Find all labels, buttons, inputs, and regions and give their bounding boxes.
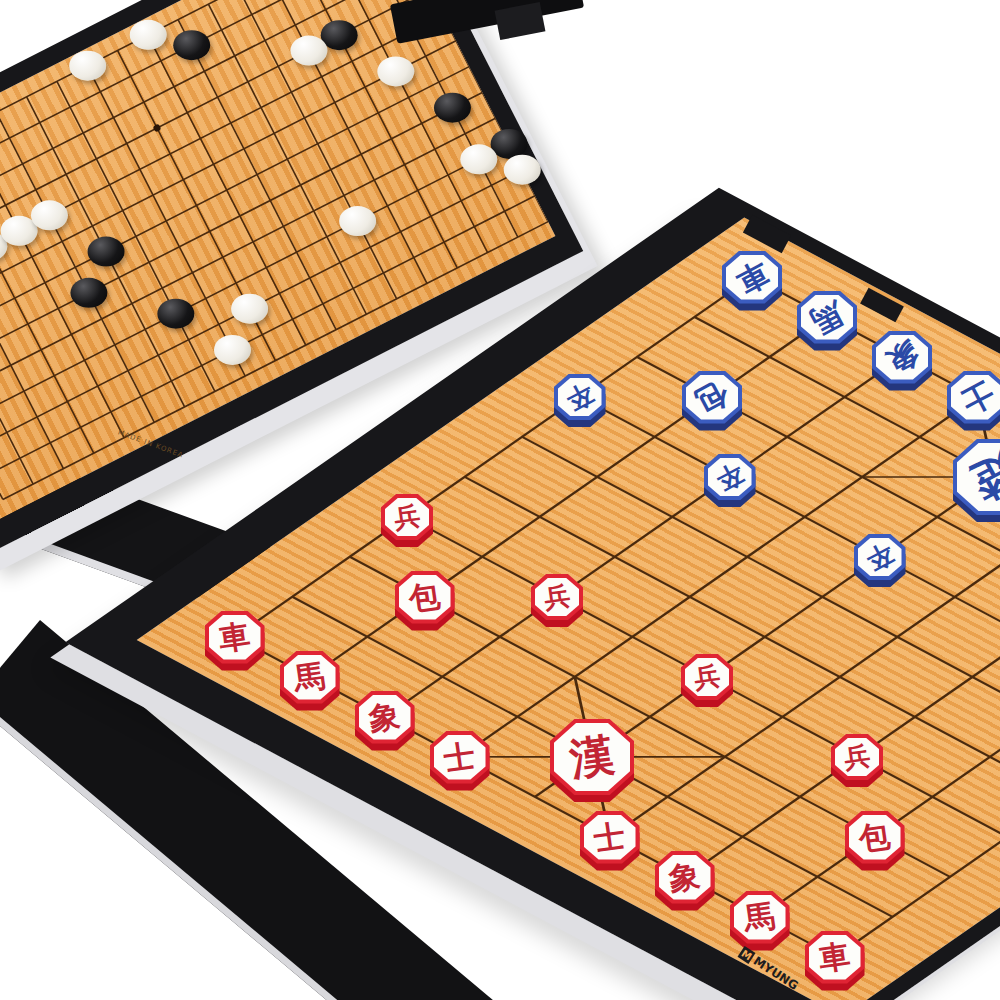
piece-top-rim: 車 [805, 931, 865, 984]
piece-top-rim: 馬 [730, 891, 790, 944]
go-stone-white[interactable] [69, 51, 106, 81]
piece-top-face: 象 [876, 335, 928, 380]
piece-glyph: 卒 [712, 459, 747, 494]
piece-top-face: 車 [209, 615, 261, 660]
janggi-piece-han-cannon[interactable]: 包 [845, 811, 905, 864]
go-stone-white[interactable] [30, 201, 67, 231]
go-stone-black[interactable] [157, 299, 194, 329]
janggi-piece-cho-soldier[interactable]: 卒 [854, 534, 906, 580]
piece-top-rim: 兵 [831, 734, 883, 780]
piece-glyph: 包 [407, 579, 442, 614]
piece-top-face: 包 [399, 575, 451, 620]
janggi-piece-cho-elephant[interactable]: 象 [872, 331, 932, 384]
piece-top-rim: 車 [205, 611, 265, 664]
piece-top-face: 包 [686, 375, 738, 420]
piece-top-face: 兵 [685, 658, 729, 696]
janggi-piece-han-guard[interactable]: 士 [430, 731, 490, 784]
janggi-piece-han-soldier[interactable]: 兵 [831, 734, 883, 780]
janggi-piece-han-elephant[interactable]: 象 [655, 851, 715, 904]
piece-top-face: 馬 [284, 655, 336, 700]
janggi-piece-han-elephant[interactable]: 象 [355, 691, 415, 744]
piece-top-face: 馬 [734, 895, 786, 940]
piece-top-rim: 包 [845, 811, 905, 864]
piece-top-face: 馬 [801, 295, 853, 340]
piece-glyph: 士 [592, 819, 627, 854]
piece-glyph: 象 [881, 336, 923, 378]
piece-top-rim: 漢 [550, 719, 634, 795]
janggi-piece-han-horse[interactable]: 馬 [280, 651, 340, 704]
go-stone-black[interactable] [434, 93, 471, 123]
piece-top-rim: 馬 [280, 651, 340, 704]
piece-glyph: 卒 [562, 379, 597, 414]
piece-top-face: 包 [849, 815, 901, 860]
go-stone-black[interactable] [70, 278, 107, 308]
piece-top-rim: 士 [580, 811, 640, 864]
piece-top-face: 士 [434, 735, 486, 780]
piece-glyph: 卒 [862, 539, 897, 574]
piece-top-rim: 包 [395, 571, 455, 624]
piece-glyph: 漢 [567, 732, 617, 782]
piece-top-face: 兵 [385, 498, 429, 536]
piece-top-rim: 士 [430, 731, 490, 784]
piece-top-face: 卒 [858, 538, 902, 576]
piece-top-face: 象 [659, 855, 711, 900]
piece-top-face: 漢 [554, 723, 630, 791]
piece-glyph: 兵 [542, 582, 571, 611]
piece-top-face: 象 [359, 695, 411, 740]
piece-glyph: 士 [442, 739, 477, 774]
piece-glyph: 士 [956, 376, 998, 418]
piece-top-face: 卒 [708, 458, 752, 496]
piece-top-face: 卒 [558, 378, 602, 416]
piece-top-face: 車 [726, 255, 778, 300]
piece-top-face: 車 [809, 935, 861, 980]
janggi-piece-cho-horse[interactable]: 馬 [797, 291, 857, 344]
go-stone-white[interactable] [339, 206, 376, 236]
piece-top-rim: 象 [872, 331, 932, 384]
piece-glyph: 象 [667, 859, 702, 894]
janggi-piece-han-cannon[interactable]: 包 [395, 571, 455, 624]
piece-top-rim: 象 [355, 691, 415, 744]
go-stone-white[interactable] [231, 294, 268, 324]
piece-glyph: 兵 [842, 742, 871, 771]
piece-top-face: 士 [584, 815, 636, 860]
piece-glyph: 兵 [692, 662, 721, 691]
piece-glyph: 車 [217, 619, 252, 654]
piece-glyph: 象 [367, 699, 402, 734]
piece-glyph: 馬 [806, 296, 848, 338]
go-stone-white[interactable] [214, 335, 251, 365]
piece-top-rim: 兵 [381, 494, 433, 540]
go-stone-black[interactable] [87, 237, 124, 267]
janggi-piece-cho-soldier[interactable]: 卒 [554, 374, 606, 420]
janggi-piece-han-guard[interactable]: 士 [580, 811, 640, 864]
piece-top-rim: 包 [682, 371, 742, 424]
janggi-piece-cho-soldier[interactable]: 卒 [704, 454, 756, 500]
piece-top-face: 兵 [535, 578, 579, 616]
piece-top-face: 楚 [957, 443, 1000, 511]
piece-glyph: 包 [857, 819, 892, 854]
janggi-piece-cho-chariot[interactable]: 車 [722, 251, 782, 304]
piece-top-rim: 卒 [854, 534, 906, 580]
piece-glyph: 車 [731, 256, 773, 298]
piece-top-rim: 卒 [554, 374, 606, 420]
janggi-piece-han-soldier[interactable]: 兵 [381, 494, 433, 540]
go-star-point [152, 123, 161, 132]
janggi-piece-han-soldier[interactable]: 兵 [681, 654, 733, 700]
janggi-piece-han-soldier[interactable]: 兵 [531, 574, 583, 620]
piece-glyph: 包 [691, 376, 733, 418]
janggi-piece-han-horse[interactable]: 馬 [730, 891, 790, 944]
go-stone-white[interactable] [290, 36, 327, 66]
piece-top-rim: 象 [655, 851, 715, 904]
piece-glyph: 楚 [965, 447, 1000, 507]
piece-glyph: 馬 [742, 899, 777, 934]
piece-top-rim: 車 [722, 251, 782, 304]
piece-glyph: 車 [817, 939, 852, 974]
go-stone-white[interactable] [129, 20, 166, 50]
go-stone-white[interactable] [503, 155, 540, 185]
janggi-piece-han-chariot[interactable]: 車 [805, 931, 865, 984]
janggi-piece-han-king[interactable]: 漢 [550, 719, 634, 795]
product-photo-scene: MADE IN KOREA 車馬象士楚包卒卒卒卒兵兵兵兵包包漢車馬象士士象馬車 … [0, 0, 1000, 1000]
piece-top-rim: 卒 [704, 454, 756, 500]
piece-glyph: 馬 [292, 659, 327, 694]
janggi-piece-cho-cannon[interactable]: 包 [682, 371, 742, 424]
piece-top-face: 士 [951, 375, 1000, 420]
piece-glyph: 兵 [392, 502, 421, 531]
go-stone-white[interactable] [377, 57, 414, 87]
piece-top-rim: 兵 [681, 654, 733, 700]
go-stone-black[interactable] [173, 30, 210, 60]
janggi-piece-han-chariot[interactable]: 車 [205, 611, 265, 664]
piece-top-face: 兵 [835, 738, 879, 776]
go-stone-white[interactable] [460, 145, 497, 175]
go-board-hinge-bar [390, 0, 584, 44]
piece-top-rim: 馬 [797, 291, 857, 344]
piece-top-rim: 兵 [531, 574, 583, 620]
janggi-piece-cho-king[interactable]: 楚 [953, 439, 1000, 515]
janggi-piece-cho-guard[interactable]: 士 [947, 371, 1000, 424]
